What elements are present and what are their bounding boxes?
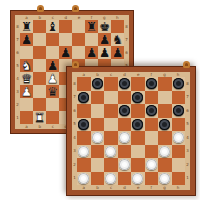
coord-label: 3 xyxy=(73,149,76,153)
checkers-square-d1[interactable] xyxy=(118,172,132,186)
chess-piece-black-pawn-f6[interactable]: ♟ xyxy=(85,46,98,59)
coord-label: 4 xyxy=(186,136,189,140)
checkers-square-c8[interactable] xyxy=(104,77,118,91)
checkers-square-c1[interactable] xyxy=(104,172,118,186)
checkers-hanging-hook-right xyxy=(183,61,190,68)
checkers-man-white-d4[interactable] xyxy=(119,132,130,143)
chess-square-d6[interactable]: ♟ xyxy=(59,46,72,59)
coord-label: 2 xyxy=(16,103,19,107)
coord-label: 5 xyxy=(73,122,76,126)
checkers-square-a7[interactable] xyxy=(77,91,91,105)
coord-label: 1 xyxy=(73,176,76,180)
checkers-square-g8[interactable] xyxy=(158,77,172,91)
chess-square-h6[interactable]: ♟ xyxy=(111,46,124,59)
checkers-man-dark-f8[interactable] xyxy=(146,78,157,89)
checkers-square-a3[interactable] xyxy=(77,145,91,159)
coord-label: d xyxy=(123,73,126,77)
chess-piece-black-bishop-c8[interactable]: ♝ xyxy=(46,20,59,33)
chess-piece-black-pawn-a7[interactable]: ♟ xyxy=(20,33,33,46)
checkers-square-f1[interactable] xyxy=(145,172,159,186)
chess-piece-white-pawn-a3[interactable]: ♟ xyxy=(20,85,33,98)
checkers-man-white-a1[interactable] xyxy=(78,173,89,184)
checkers-square-b3[interactable] xyxy=(91,145,105,159)
checkers-square-d2[interactable] xyxy=(118,158,132,172)
checkers-square-a6[interactable] xyxy=(77,104,91,118)
coord-label: a xyxy=(83,73,85,77)
checkers-square-f8[interactable] xyxy=(145,77,159,91)
checkers-square-g3[interactable] xyxy=(158,145,172,159)
chess-square-d8[interactable] xyxy=(59,20,72,33)
checkers-man-dark-e7[interactable] xyxy=(132,92,143,103)
checkers-square-g6[interactable] xyxy=(158,104,172,118)
checkers-square-h3[interactable] xyxy=(172,145,186,159)
checkers-man-dark-f6[interactable] xyxy=(146,105,157,116)
chess-square-a7[interactable]: ♟ xyxy=(20,33,33,46)
checkers-square-d3[interactable] xyxy=(118,145,132,159)
checkers-hanging-hook-left xyxy=(72,61,79,68)
checkers-man-dark-g5[interactable] xyxy=(159,119,170,130)
coord-label: 2 xyxy=(73,163,76,167)
coord-label: 8 xyxy=(16,25,19,29)
checkers-square-a8[interactable] xyxy=(77,77,91,91)
coord-label: e xyxy=(137,73,139,77)
chess-square-b4[interactable] xyxy=(33,72,46,85)
checkers-square-b7[interactable] xyxy=(91,91,105,105)
checkers-square-b1[interactable] xyxy=(91,172,105,186)
checkers-square-h8[interactable] xyxy=(172,77,186,91)
chess-piece-black-pawn-g6[interactable]: ♟ xyxy=(98,46,111,59)
checkers-man-white-b4[interactable] xyxy=(92,132,103,143)
chess-square-b1[interactable]: ♜ xyxy=(33,111,46,124)
coord-label: 1 xyxy=(186,176,189,180)
checkers-square-e1[interactable] xyxy=(131,172,145,186)
checkers-square-b6[interactable] xyxy=(91,104,105,118)
checkers-square-b4[interactable] xyxy=(91,131,105,145)
checkers-square-h5[interactable] xyxy=(172,118,186,132)
checkers-square-d7[interactable] xyxy=(118,91,132,105)
coord-label: b xyxy=(96,186,99,190)
checkers-square-d4[interactable] xyxy=(118,131,132,145)
checkers-square-e6[interactable] xyxy=(131,104,145,118)
checkers-rank-labels-right: 87654321 xyxy=(185,77,190,185)
chess-square-e7[interactable] xyxy=(72,33,85,46)
checkers-man-white-g1[interactable] xyxy=(159,173,170,184)
checkers-man-dark-e5[interactable] xyxy=(132,119,143,130)
coord-label: 6 xyxy=(125,51,128,55)
coord-label: c xyxy=(110,73,112,77)
checkers-square-d6[interactable] xyxy=(118,104,132,118)
coord-label: 1 xyxy=(16,116,19,120)
coord-label: b xyxy=(38,16,41,20)
chess-piece-black-rook-f8[interactable]: ♜ xyxy=(85,20,98,33)
coord-label: e xyxy=(78,16,80,20)
checkers-square-a1[interactable] xyxy=(77,172,91,186)
checkers-square-c7[interactable] xyxy=(104,91,118,105)
checkers-man-dark-h8[interactable] xyxy=(173,78,184,89)
checkers-square-g7[interactable] xyxy=(158,91,172,105)
coord-label: d xyxy=(123,186,126,190)
coord-label: e xyxy=(137,186,139,190)
checkers-square-e3[interactable] xyxy=(131,145,145,159)
coord-label: 6 xyxy=(16,51,19,55)
chess-piece-black-pawn-d6[interactable]: ♟ xyxy=(59,46,72,59)
checkers-square-g2[interactable] xyxy=(158,158,172,172)
checkers-board: abcdefgh abcdefgh 87654321 87654321 xyxy=(66,66,196,196)
checkers-man-white-h4[interactable] xyxy=(173,132,184,143)
checkers-man-dark-h6[interactable] xyxy=(173,105,184,116)
checkers-square-f3[interactable] xyxy=(145,145,159,159)
coord-label: f xyxy=(151,73,152,77)
checkers-square-b5[interactable] xyxy=(91,118,105,132)
checkers-square-d5[interactable] xyxy=(118,118,132,132)
checkers-square-f6[interactable] xyxy=(145,104,159,118)
checkers-square-e8[interactable] xyxy=(131,77,145,91)
chess-square-c7[interactable] xyxy=(46,33,59,46)
chess-square-e6[interactable] xyxy=(72,46,85,59)
checkers-man-white-e1[interactable] xyxy=(132,173,143,184)
coord-label: 8 xyxy=(186,82,189,86)
coord-label: c xyxy=(110,186,112,190)
chess-piece-black-pawn-h6[interactable]: ♟ xyxy=(111,46,124,59)
checkers-man-white-c3[interactable] xyxy=(105,146,116,157)
coord-label: 3 xyxy=(16,90,19,94)
checkers-man-dark-b8[interactable] xyxy=(92,78,103,89)
chess-square-f8[interactable]: ♜ xyxy=(85,20,98,33)
coord-label: h xyxy=(177,73,180,77)
checkers-man-white-c1[interactable] xyxy=(105,173,116,184)
checkers-man-white-d2[interactable] xyxy=(119,159,130,170)
chess-square-b5[interactable] xyxy=(33,59,46,72)
chess-square-f6[interactable]: ♟ xyxy=(85,46,98,59)
coord-label: 6 xyxy=(73,109,76,113)
coord-label: a xyxy=(83,186,85,190)
checkers-man-dark-a5[interactable] xyxy=(78,119,89,130)
checkers-square-g1[interactable] xyxy=(158,172,172,186)
checkers-square-h2[interactable] xyxy=(172,158,186,172)
chess-hanging-hook-left xyxy=(37,5,44,12)
checkers-square-a4[interactable] xyxy=(77,131,91,145)
coord-label: 4 xyxy=(16,77,19,81)
chess-piece-white-rook-b1[interactable]: ♜ xyxy=(33,111,46,124)
chess-square-b7[interactable] xyxy=(33,33,46,46)
checkers-square-c2[interactable] xyxy=(104,158,118,172)
checkers-square-b8[interactable] xyxy=(91,77,105,91)
coord-label: d xyxy=(65,16,68,20)
coord-label: 6 xyxy=(186,109,189,113)
checkers-square-e5[interactable] xyxy=(131,118,145,132)
coord-label: 7 xyxy=(16,38,19,42)
checkers-square-e4[interactable] xyxy=(131,131,145,145)
checkers-square-f2[interactable] xyxy=(145,158,159,172)
coord-label: 2 xyxy=(186,163,189,167)
chess-square-c2[interactable] xyxy=(46,98,59,111)
coord-label: c xyxy=(52,125,54,129)
coord-label: b xyxy=(38,125,41,129)
checkers-square-a2[interactable] xyxy=(77,158,91,172)
coord-label: 8 xyxy=(73,82,76,86)
checkers-square-h1[interactable] xyxy=(172,172,186,186)
checkers-square-c3[interactable] xyxy=(104,145,118,159)
checkers-square-e7[interactable] xyxy=(131,91,145,105)
checkers-square-g4[interactable] xyxy=(158,131,172,145)
chess-piece-black-queen-c3[interactable]: ♛ xyxy=(46,85,59,98)
checkers-square-g5[interactable] xyxy=(158,118,172,132)
checkers-square-c4[interactable] xyxy=(104,131,118,145)
chess-square-a3[interactable]: ♟ xyxy=(20,85,33,98)
checkers-square-d8[interactable] xyxy=(118,77,132,91)
coord-label: 7 xyxy=(125,38,128,42)
checkers-square-f7[interactable] xyxy=(145,91,159,105)
chess-square-c3[interactable]: ♛ xyxy=(46,85,59,98)
checkers-square-a5[interactable] xyxy=(77,118,91,132)
coord-label: g xyxy=(163,186,166,190)
checkers-man-dark-a7[interactable] xyxy=(78,92,89,103)
checkers-square-h6[interactable] xyxy=(172,104,186,118)
checkers-man-white-a3[interactable] xyxy=(78,146,89,157)
checkers-file-labels-bottom: abcdefgh xyxy=(77,185,185,190)
chess-square-c1[interactable] xyxy=(46,111,59,124)
checkers-man-dark-d6[interactable] xyxy=(119,105,130,116)
coord-label: h xyxy=(116,16,119,20)
checkers-grid xyxy=(77,77,185,185)
coord-label: h xyxy=(177,186,180,190)
checkers-square-c5[interactable] xyxy=(104,118,118,132)
chess-hanging-hook-right xyxy=(72,5,79,12)
coord-label: f xyxy=(151,186,152,190)
chess-square-b8[interactable] xyxy=(33,20,46,33)
chess-square-b6[interactable] xyxy=(33,46,46,59)
coord-label: 3 xyxy=(186,149,189,153)
coord-label: 5 xyxy=(186,122,189,126)
chess-square-a2[interactable] xyxy=(20,98,33,111)
checkers-board-margin: abcdefgh abcdefgh 87654321 87654321 xyxy=(72,72,190,190)
coord-label: 8 xyxy=(125,25,128,29)
coord-label: g xyxy=(163,73,166,77)
checkers-square-h7[interactable] xyxy=(172,91,186,105)
chess-square-g6[interactable]: ♟ xyxy=(98,46,111,59)
checkers-square-f4[interactable] xyxy=(145,131,159,145)
coord-label: b xyxy=(96,73,99,77)
coord-label: 5 xyxy=(16,64,19,68)
checkers-man-white-g3[interactable] xyxy=(159,146,170,157)
chess-square-b3[interactable] xyxy=(33,85,46,98)
checkers-square-e2[interactable] xyxy=(131,158,145,172)
coord-label: 4 xyxy=(73,136,76,140)
checkers-man-white-f2[interactable] xyxy=(146,159,157,170)
chess-square-c8[interactable]: ♝ xyxy=(46,20,59,33)
checkers-square-h4[interactable] xyxy=(172,131,186,145)
checkers-square-c6[interactable] xyxy=(104,104,118,118)
checkers-square-f5[interactable] xyxy=(145,118,159,132)
coord-label: a xyxy=(25,125,27,129)
coord-label: 7 xyxy=(73,95,76,99)
checkers-man-dark-d8[interactable] xyxy=(119,78,130,89)
checkers-square-b2[interactable] xyxy=(91,158,105,172)
scene: abcdefgh abcdefgh 87654321 87654321 ♜♝♜♚… xyxy=(0,0,200,200)
chess-square-a1[interactable] xyxy=(20,111,33,124)
coord-label: 7 xyxy=(186,95,189,99)
chess-square-e8[interactable] xyxy=(72,20,85,33)
